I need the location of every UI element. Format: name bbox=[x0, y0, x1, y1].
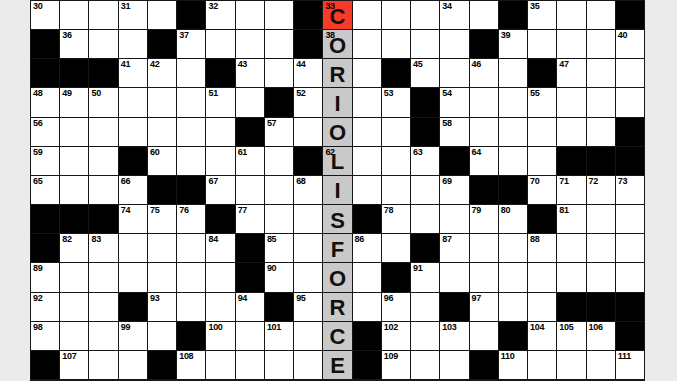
cell-r11c21 bbox=[616, 293, 644, 321]
cell-r13c1 bbox=[31, 351, 59, 379]
cell-r8c5[interactable]: 75 bbox=[148, 205, 176, 233]
cell-r10c11[interactable]: O bbox=[323, 263, 351, 291]
clue-number: 96 bbox=[384, 293, 393, 303]
cell-r1c15[interactable]: 34 bbox=[440, 1, 468, 29]
cell-r3c2 bbox=[60, 59, 88, 87]
clue-number: 92 bbox=[33, 293, 42, 303]
cell-r5c20[interactable] bbox=[587, 118, 615, 146]
cell-r4c17[interactable] bbox=[499, 88, 527, 116]
cell-r9c20[interactable] bbox=[587, 234, 615, 262]
cell-r9c5[interactable] bbox=[148, 234, 176, 262]
cell-r9c13[interactable] bbox=[382, 234, 410, 262]
cell-r1c13[interactable] bbox=[382, 1, 410, 29]
clue-number: 45 bbox=[413, 59, 422, 69]
cell-r8c4[interactable]: 74 bbox=[119, 205, 147, 233]
cell-r10c12[interactable] bbox=[353, 263, 381, 291]
cell-r4c12[interactable] bbox=[353, 88, 381, 116]
cell-r8c10[interactable] bbox=[294, 205, 322, 233]
cell-r7c13[interactable] bbox=[382, 176, 410, 204]
cell-r3c15[interactable] bbox=[440, 59, 468, 87]
cell-r12c19[interactable]: 105 bbox=[557, 322, 585, 350]
cell-r5c21 bbox=[616, 118, 644, 146]
cell-r6c13[interactable] bbox=[382, 147, 410, 175]
cell-r3c1 bbox=[31, 59, 59, 87]
cell-r4c21[interactable] bbox=[616, 88, 644, 116]
cell-r3c12[interactable] bbox=[353, 59, 381, 87]
cell-r8c14[interactable] bbox=[411, 205, 439, 233]
clue-number: 86 bbox=[355, 234, 364, 244]
cell-r12c4[interactable]: 99 bbox=[119, 322, 147, 350]
cell-r12c14[interactable] bbox=[411, 322, 439, 350]
clue-number: 66 bbox=[121, 176, 130, 186]
cell-r2c11[interactable]: 38O bbox=[323, 30, 351, 58]
cell-r1c19[interactable] bbox=[557, 1, 585, 29]
cell-r5c19[interactable] bbox=[557, 118, 585, 146]
cell-r8c9[interactable] bbox=[265, 205, 293, 233]
cell-r6c9[interactable] bbox=[265, 147, 293, 175]
cell-r8c21[interactable] bbox=[616, 205, 644, 233]
cell-r8c17[interactable]: 80 bbox=[499, 205, 527, 233]
cell-r12c2[interactable] bbox=[60, 322, 88, 350]
cell-r11c12[interactable] bbox=[353, 293, 381, 321]
cell-r3c8[interactable]: 43 bbox=[236, 59, 264, 87]
clue-number: 70 bbox=[530, 176, 539, 186]
cell-r4c7[interactable]: 51 bbox=[206, 88, 234, 116]
cell-r2c18[interactable] bbox=[528, 30, 556, 58]
cell-r11c10[interactable]: 95 bbox=[294, 293, 322, 321]
clue-number: 108 bbox=[179, 351, 193, 361]
cell-r4c2[interactable]: 49 bbox=[60, 88, 88, 116]
cell-r10c7[interactable] bbox=[206, 263, 234, 291]
clue-number: 74 bbox=[121, 205, 130, 215]
cell-r6c12[interactable] bbox=[353, 147, 381, 175]
cell-r9c16[interactable] bbox=[470, 234, 498, 262]
cell-r2c9[interactable] bbox=[265, 30, 293, 58]
clue-number: 87 bbox=[442, 234, 451, 244]
cell-r7c12[interactable] bbox=[353, 176, 381, 204]
cell-r5c18[interactable] bbox=[528, 118, 556, 146]
cell-r11c2[interactable] bbox=[60, 293, 88, 321]
answer-letter: S bbox=[323, 205, 351, 233]
cell-r12c12 bbox=[353, 322, 381, 350]
cell-r2c8[interactable] bbox=[236, 30, 264, 58]
cell-r10c19[interactable] bbox=[557, 263, 585, 291]
clue-number: 31 bbox=[121, 1, 130, 11]
cell-r5c13[interactable] bbox=[382, 118, 410, 146]
cell-r6c18[interactable] bbox=[528, 147, 556, 175]
clue-number: 56 bbox=[33, 118, 42, 128]
cell-r7c18[interactable]: 70 bbox=[528, 176, 556, 204]
cell-r12c20[interactable]: 106 bbox=[587, 322, 615, 350]
cell-r6c16[interactable]: 64 bbox=[470, 147, 498, 175]
clue-number: 44 bbox=[296, 59, 305, 69]
cell-r10c2[interactable] bbox=[60, 263, 88, 291]
cell-r5c6[interactable] bbox=[177, 118, 205, 146]
cell-r11c13[interactable]: 96 bbox=[382, 293, 410, 321]
cell-r5c12[interactable] bbox=[353, 118, 381, 146]
cell-r4c18[interactable]: 55 bbox=[528, 88, 556, 116]
cell-r13c21[interactable]: 111 bbox=[616, 351, 644, 379]
cell-r7c8[interactable] bbox=[236, 176, 264, 204]
cell-r11c17[interactable] bbox=[499, 293, 527, 321]
clue-number: 67 bbox=[208, 176, 217, 186]
cell-r4c20[interactable] bbox=[587, 88, 615, 116]
cell-r11c11[interactable]: R bbox=[323, 293, 351, 321]
cell-r11c4 bbox=[119, 293, 147, 321]
cell-r2c2[interactable]: 36 bbox=[60, 30, 88, 58]
cell-r12c8[interactable] bbox=[236, 322, 264, 350]
cell-r3c17[interactable] bbox=[499, 59, 527, 87]
cell-r11c3[interactable] bbox=[89, 293, 117, 321]
cell-r1c8[interactable] bbox=[236, 1, 264, 29]
clue-number: 89 bbox=[33, 263, 42, 273]
cell-r6c20 bbox=[587, 147, 615, 175]
cell-r8c20[interactable] bbox=[587, 205, 615, 233]
cell-r4c13[interactable]: 53 bbox=[382, 88, 410, 116]
cell-r13c2[interactable]: 107 bbox=[60, 351, 88, 379]
cell-r5c15[interactable]: 58 bbox=[440, 118, 468, 146]
cell-r9c9[interactable]: 85 bbox=[265, 234, 293, 262]
cell-r1c12[interactable] bbox=[353, 1, 381, 29]
cell-r12c16[interactable] bbox=[470, 322, 498, 350]
cell-r10c16[interactable] bbox=[470, 263, 498, 291]
cell-r8c15[interactable] bbox=[440, 205, 468, 233]
cell-r8c8[interactable]: 77 bbox=[236, 205, 264, 233]
cell-r10c20[interactable] bbox=[587, 263, 615, 291]
cell-r9c4[interactable] bbox=[119, 234, 147, 262]
cell-r4c6[interactable] bbox=[177, 88, 205, 116]
cell-r6c21 bbox=[616, 147, 644, 175]
cell-r11c5[interactable]: 93 bbox=[148, 293, 176, 321]
cell-r3c13 bbox=[382, 59, 410, 87]
clue-number: 100 bbox=[208, 322, 222, 332]
cell-r5c1[interactable]: 56 bbox=[31, 118, 59, 146]
cell-r2c13[interactable] bbox=[382, 30, 410, 58]
cell-r5c4[interactable] bbox=[119, 118, 147, 146]
clue-number: 83 bbox=[91, 234, 100, 244]
cell-r13c15[interactable] bbox=[440, 351, 468, 379]
cell-r12c17 bbox=[499, 322, 527, 350]
cell-r12c15[interactable]: 103 bbox=[440, 322, 468, 350]
cell-r13c14[interactable] bbox=[411, 351, 439, 379]
cell-r1c1[interactable]: 30 bbox=[31, 1, 59, 29]
cell-r2c12[interactable] bbox=[353, 30, 381, 58]
cell-r12c21 bbox=[616, 322, 644, 350]
cell-r9c15[interactable]: 87 bbox=[440, 234, 468, 262]
cell-r10c13 bbox=[382, 263, 410, 291]
cell-r9c7[interactable]: 84 bbox=[206, 234, 234, 262]
clue-number: 48 bbox=[33, 88, 42, 98]
cell-r6c8[interactable]: 61 bbox=[236, 147, 264, 175]
cell-r2c15[interactable] bbox=[440, 30, 468, 58]
cell-r11c19 bbox=[557, 293, 585, 321]
cell-r2c21[interactable]: 40 bbox=[616, 30, 644, 58]
cell-r11c14[interactable] bbox=[411, 293, 439, 321]
clue-number: 84 bbox=[208, 234, 217, 244]
cell-r12c10[interactable] bbox=[294, 322, 322, 350]
cell-r5c16[interactable] bbox=[470, 118, 498, 146]
cell-r9c3[interactable]: 83 bbox=[89, 234, 117, 262]
cell-r2c19[interactable] bbox=[557, 30, 585, 58]
cell-r8c12 bbox=[353, 205, 381, 233]
cell-r10c18[interactable] bbox=[528, 263, 556, 291]
cell-r10c1[interactable]: 89 bbox=[31, 263, 59, 291]
cell-r7c3[interactable] bbox=[89, 176, 117, 204]
cell-r1c3[interactable] bbox=[89, 1, 117, 29]
cell-r9c6[interactable] bbox=[177, 234, 205, 262]
cell-r1c16[interactable] bbox=[470, 1, 498, 29]
clue-number: 37 bbox=[179, 30, 188, 40]
cell-r5c11[interactable]: O bbox=[323, 118, 351, 146]
cell-r6c6[interactable] bbox=[177, 147, 205, 175]
cell-r7c10[interactable]: 68 bbox=[294, 176, 322, 204]
cell-r7c14[interactable] bbox=[411, 176, 439, 204]
answer-letter: F bbox=[323, 234, 351, 262]
cell-r7c1[interactable]: 65 bbox=[31, 176, 59, 204]
cell-r9c12[interactable]: 86 bbox=[353, 234, 381, 262]
cell-r13c19[interactable] bbox=[557, 351, 585, 379]
cell-r3c11[interactable]: R bbox=[323, 59, 351, 87]
clue-number: 60 bbox=[150, 147, 159, 157]
cell-r11c15 bbox=[440, 293, 468, 321]
clue-number: 50 bbox=[91, 88, 100, 98]
cell-r2c17[interactable]: 39 bbox=[499, 30, 527, 58]
clue-number: 79 bbox=[472, 205, 481, 215]
cell-r11c8[interactable]: 94 bbox=[236, 293, 264, 321]
cell-r12c3[interactable] bbox=[89, 322, 117, 350]
cell-r13c18[interactable] bbox=[528, 351, 556, 379]
cell-r1c7[interactable]: 32 bbox=[206, 1, 234, 29]
clue-number: 104 bbox=[530, 322, 544, 332]
cell-r6c2[interactable] bbox=[60, 147, 88, 175]
clue-number: 105 bbox=[559, 322, 573, 332]
cell-r8c6[interactable]: 76 bbox=[177, 205, 205, 233]
cell-r7c11[interactable]: I bbox=[323, 176, 351, 204]
cell-r6c19 bbox=[557, 147, 585, 175]
cell-r11c7[interactable] bbox=[206, 293, 234, 321]
cell-r10c8 bbox=[236, 263, 264, 291]
cell-r13c7[interactable] bbox=[206, 351, 234, 379]
cell-r13c20[interactable] bbox=[587, 351, 615, 379]
clue-number: 111 bbox=[618, 351, 631, 361]
cell-r13c3[interactable] bbox=[89, 351, 117, 379]
cell-r5c9[interactable]: 57 bbox=[265, 118, 293, 146]
cell-r2c20[interactable] bbox=[587, 30, 615, 58]
cell-r9c11[interactable]: F bbox=[323, 234, 351, 262]
cell-r4c3[interactable]: 50 bbox=[89, 88, 117, 116]
cell-r7c2[interactable] bbox=[60, 176, 88, 204]
cell-r10c5[interactable] bbox=[148, 263, 176, 291]
cell-r13c9[interactable] bbox=[265, 351, 293, 379]
cell-r3c16[interactable]: 46 bbox=[470, 59, 498, 87]
cell-r12c7[interactable]: 100 bbox=[206, 322, 234, 350]
cell-r7c6 bbox=[177, 176, 205, 204]
cell-r2c6[interactable]: 37 bbox=[177, 30, 205, 58]
cell-r5c5[interactable] bbox=[148, 118, 176, 146]
cell-r3c9[interactable] bbox=[265, 59, 293, 87]
cell-r8c1 bbox=[31, 205, 59, 233]
cell-r4c11[interactable]: I bbox=[323, 88, 351, 116]
clue-number: 41 bbox=[121, 59, 130, 69]
cell-r6c11[interactable]: 62L bbox=[323, 147, 351, 175]
clue-number: 58 bbox=[442, 118, 451, 128]
cell-r8c2 bbox=[60, 205, 88, 233]
cell-r10c14[interactable]: 91 bbox=[411, 263, 439, 291]
cell-r11c20 bbox=[587, 293, 615, 321]
cell-r9c21[interactable] bbox=[616, 234, 644, 262]
cell-r3c20[interactable] bbox=[587, 59, 615, 87]
cell-r9c17[interactable] bbox=[499, 234, 527, 262]
cell-r12c11[interactable]: C bbox=[323, 322, 351, 350]
cell-r8c11[interactable]: S bbox=[323, 205, 351, 233]
cell-r2c4[interactable] bbox=[119, 30, 147, 58]
cell-r7c4[interactable]: 66 bbox=[119, 176, 147, 204]
clue-number: 90 bbox=[267, 263, 276, 273]
cell-r3c18 bbox=[528, 59, 556, 87]
cell-r5c14 bbox=[411, 118, 439, 146]
clue-number: 101 bbox=[267, 322, 281, 332]
cell-r6c10 bbox=[294, 147, 322, 175]
clue-number: 106 bbox=[589, 322, 603, 332]
cell-r4c8[interactable] bbox=[236, 88, 264, 116]
cell-r12c13[interactable]: 102 bbox=[382, 322, 410, 350]
cell-r11c1[interactable]: 92 bbox=[31, 293, 59, 321]
clue-number: 95 bbox=[296, 293, 305, 303]
cell-r7c7[interactable]: 67 bbox=[206, 176, 234, 204]
cell-r13c10[interactable] bbox=[294, 351, 322, 379]
cell-r12c9[interactable]: 101 bbox=[265, 322, 293, 350]
cell-r5c17[interactable] bbox=[499, 118, 527, 146]
cell-r1c14[interactable] bbox=[411, 1, 439, 29]
cell-r4c19[interactable] bbox=[557, 88, 585, 116]
cell-r1c18[interactable]: 35 bbox=[528, 1, 556, 29]
cell-r12c18[interactable]: 104 bbox=[528, 322, 556, 350]
cell-r13c4[interactable] bbox=[119, 351, 147, 379]
cell-r3c19[interactable]: 47 bbox=[557, 59, 585, 87]
cell-r4c15[interactable]: 54 bbox=[440, 88, 468, 116]
cell-r3c14[interactable]: 45 bbox=[411, 59, 439, 87]
cell-r3c5[interactable]: 42 bbox=[148, 59, 176, 87]
cell-r10c21[interactable] bbox=[616, 263, 644, 291]
cell-r6c14[interactable]: 63 bbox=[411, 147, 439, 175]
cell-r10c17[interactable] bbox=[499, 263, 527, 291]
answer-letter: C bbox=[323, 322, 351, 350]
cell-r4c4[interactable] bbox=[119, 88, 147, 116]
cell-r5c7[interactable] bbox=[206, 118, 234, 146]
clue-number: 91 bbox=[413, 263, 422, 273]
cell-r6c7[interactable] bbox=[206, 147, 234, 175]
cell-r1c9[interactable] bbox=[265, 1, 293, 29]
cell-r12c6 bbox=[177, 322, 205, 350]
cell-r1c11[interactable]: 33C bbox=[323, 1, 351, 29]
cell-r6c5[interactable]: 60 bbox=[148, 147, 176, 175]
cell-r1c5[interactable] bbox=[148, 1, 176, 29]
cell-r4c5[interactable] bbox=[148, 88, 176, 116]
cell-r6c17[interactable] bbox=[499, 147, 527, 175]
cell-r7c9[interactable] bbox=[265, 176, 293, 204]
cell-r9c2[interactable]: 82 bbox=[60, 234, 88, 262]
cell-r2c3[interactable] bbox=[89, 30, 117, 58]
cell-r7c19[interactable]: 71 bbox=[557, 176, 585, 204]
cell-r10c15[interactable] bbox=[440, 263, 468, 291]
clue-number: 43 bbox=[238, 59, 247, 69]
cell-r10c6[interactable] bbox=[177, 263, 205, 291]
cell-r12c5[interactable] bbox=[148, 322, 176, 350]
clue-number: 65 bbox=[33, 176, 42, 186]
cell-r9c19[interactable] bbox=[557, 234, 585, 262]
clue-number: 52 bbox=[296, 88, 305, 98]
cell-r1c4[interactable]: 31 bbox=[119, 1, 147, 29]
cell-r4c1[interactable]: 48 bbox=[31, 88, 59, 116]
answer-letter: O bbox=[323, 263, 351, 291]
answer-letter: C bbox=[323, 1, 351, 29]
cell-r13c5 bbox=[148, 351, 176, 379]
cell-r3c21[interactable] bbox=[616, 59, 644, 87]
cell-r10c4[interactable] bbox=[119, 263, 147, 291]
cell-r2c14[interactable] bbox=[411, 30, 439, 58]
cell-r13c6[interactable]: 108 bbox=[177, 351, 205, 379]
cell-r6c15 bbox=[440, 147, 468, 175]
cell-r13c11[interactable]: E bbox=[323, 351, 351, 379]
cell-r3c10[interactable]: 44 bbox=[294, 59, 322, 87]
cell-r10c3[interactable] bbox=[89, 263, 117, 291]
cell-r11c16[interactable]: 97 bbox=[470, 293, 498, 321]
cell-r12c1[interactable]: 98 bbox=[31, 322, 59, 350]
cell-r9c14 bbox=[411, 234, 439, 262]
cell-r8c19[interactable]: 81 bbox=[557, 205, 585, 233]
cell-r11c6[interactable] bbox=[177, 293, 205, 321]
clue-number: 102 bbox=[384, 322, 398, 332]
cell-r11c9 bbox=[265, 293, 293, 321]
cell-r6c1[interactable]: 59 bbox=[31, 147, 59, 175]
cell-r2c7[interactable] bbox=[206, 30, 234, 58]
cell-r6c3[interactable] bbox=[89, 147, 117, 175]
cell-r13c13[interactable]: 109 bbox=[382, 351, 410, 379]
clue-number: 76 bbox=[179, 205, 188, 215]
cell-r7c15[interactable]: 69 bbox=[440, 176, 468, 204]
cell-r7c20[interactable]: 72 bbox=[587, 176, 615, 204]
cell-r3c6[interactable] bbox=[177, 59, 205, 87]
cell-r13c8[interactable] bbox=[236, 351, 264, 379]
cell-r9c10[interactable] bbox=[294, 234, 322, 262]
answer-letter: R bbox=[323, 59, 351, 87]
cell-r1c2[interactable] bbox=[60, 1, 88, 29]
cell-r5c3[interactable] bbox=[89, 118, 117, 146]
clue-number: 71 bbox=[559, 176, 568, 186]
cell-r5c10[interactable] bbox=[294, 118, 322, 146]
cell-r9c18[interactable]: 88 bbox=[528, 234, 556, 262]
clue-number: 80 bbox=[501, 205, 510, 215]
clue-number: 36 bbox=[62, 30, 71, 40]
cell-r8c16[interactable]: 79 bbox=[470, 205, 498, 233]
cell-r7c21[interactable]: 73 bbox=[616, 176, 644, 204]
cell-r8c13[interactable]: 78 bbox=[382, 205, 410, 233]
cell-r3c4[interactable]: 41 bbox=[119, 59, 147, 87]
cell-r5c2[interactable] bbox=[60, 118, 88, 146]
cell-r4c16[interactable] bbox=[470, 88, 498, 116]
clue-number: 34 bbox=[442, 1, 451, 11]
cell-r10c10[interactable] bbox=[294, 263, 322, 291]
cell-r1c20[interactable] bbox=[587, 1, 615, 29]
clue-number: 51 bbox=[208, 88, 217, 98]
cell-r11c18[interactable] bbox=[528, 293, 556, 321]
cell-r13c17[interactable]: 110 bbox=[499, 351, 527, 379]
clue-number: 109 bbox=[384, 351, 398, 361]
answer-letter: L bbox=[323, 147, 351, 175]
cell-r4c10[interactable]: 52 bbox=[294, 88, 322, 116]
cell-r10c9[interactable]: 90 bbox=[265, 263, 293, 291]
clue-number: 54 bbox=[442, 88, 451, 98]
